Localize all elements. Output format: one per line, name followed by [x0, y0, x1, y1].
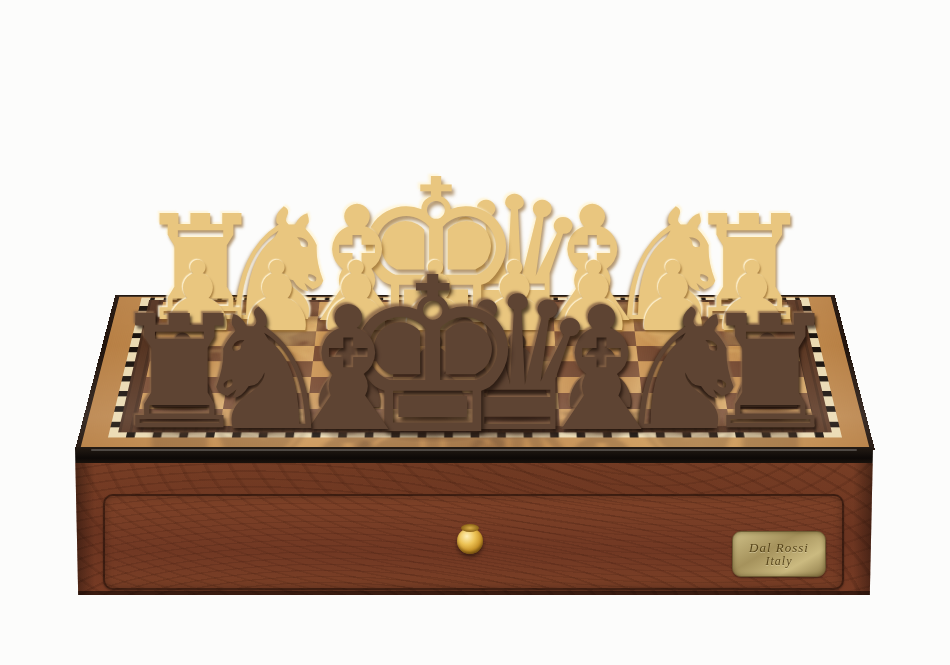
square-g8 [220, 409, 307, 426]
square-d2 [475, 317, 555, 332]
square-h5 [146, 361, 231, 377]
square-f5 [311, 361, 394, 377]
chess-board [75, 295, 875, 450]
square-d1 [475, 302, 554, 316]
square-h4 [150, 346, 234, 361]
square-a5 [719, 361, 804, 377]
box-top-bevel [75, 447, 873, 463]
square-f4 [312, 346, 394, 361]
drawer-front: Dal Rossi Italy [103, 494, 844, 590]
square-h8 [135, 409, 223, 426]
square-b3 [634, 331, 716, 346]
square-c1 [553, 302, 633, 316]
square-f2 [316, 317, 396, 332]
square-a4 [716, 346, 800, 361]
square-b6 [639, 377, 724, 393]
square-e4 [394, 346, 475, 361]
square-a7 [724, 393, 811, 409]
square-c8 [559, 409, 645, 426]
board-squares-grid [135, 302, 814, 426]
square-g3 [234, 331, 316, 346]
square-d4 [475, 346, 556, 361]
square-e3 [395, 331, 475, 346]
square-a3 [714, 331, 797, 346]
box-wood-face: Dal Rossi Italy [75, 463, 873, 595]
square-d3 [475, 331, 555, 346]
chess-set-product-photo: ♜♞♝♛♚♝♞♜♟♟♟♟♟♟♟♟♟♟♟♟♟♟♟♟♜♞♝♛♚♝♞♜ Dal Ros… [0, 0, 950, 665]
square-d8 [475, 409, 560, 426]
square-e2 [395, 317, 475, 332]
square-a1 [709, 302, 790, 316]
square-d7 [475, 393, 559, 409]
square-b1 [631, 302, 711, 316]
chess-box-front: Dal Rossi Italy [75, 447, 873, 595]
square-c3 [555, 331, 636, 346]
square-b7 [641, 393, 727, 409]
board-walnut-band [118, 300, 832, 433]
square-f1 [317, 302, 397, 316]
square-h3 [153, 331, 236, 346]
square-d6 [475, 377, 558, 393]
square-c5 [556, 361, 639, 377]
square-h7 [139, 393, 226, 409]
square-f8 [305, 409, 391, 426]
square-c4 [555, 346, 637, 361]
square-e8 [390, 409, 475, 426]
square-f3 [314, 331, 395, 346]
brand-plaque: Dal Rossi Italy [732, 531, 826, 577]
square-g5 [229, 361, 313, 377]
square-g1 [239, 302, 319, 316]
square-a2 [711, 317, 793, 332]
square-h2 [157, 317, 239, 332]
square-g7 [223, 393, 309, 409]
square-g4 [231, 346, 314, 361]
plaque-brand-name: Dal Rossi [749, 541, 809, 555]
square-b2 [633, 317, 714, 332]
square-h1 [160, 302, 241, 316]
square-g6 [226, 377, 311, 393]
square-a8 [727, 409, 815, 426]
plaque-country: Italy [766, 555, 793, 568]
square-g2 [236, 317, 317, 332]
square-c6 [557, 377, 641, 393]
drawer-knob [457, 528, 483, 554]
board-inlay-border [108, 298, 842, 438]
square-e7 [391, 393, 475, 409]
square-e5 [393, 361, 475, 377]
square-f7 [307, 393, 392, 409]
square-b4 [636, 346, 719, 361]
square-b8 [643, 409, 730, 426]
square-c2 [554, 317, 634, 332]
square-e6 [392, 377, 475, 393]
square-e1 [396, 302, 475, 316]
square-d5 [475, 361, 557, 377]
square-f6 [309, 377, 393, 393]
square-b5 [638, 361, 722, 377]
square-a6 [721, 377, 807, 393]
square-c7 [558, 393, 643, 409]
square-h6 [143, 377, 229, 393]
